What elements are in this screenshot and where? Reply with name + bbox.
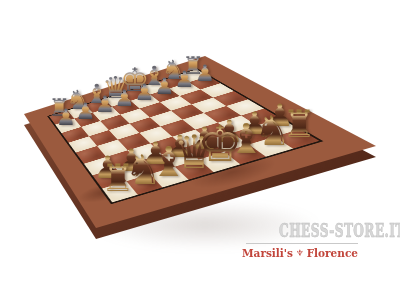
watermark-store-text: CHESS-STORE.IT: [279, 220, 358, 241]
piece-black-pawn-e7[interactable]: ♟: [134, 81, 154, 104]
watermark: CHESS-STORE.IT Marsili's Florence: [242, 220, 358, 259]
fleur-de-lis-icon: [297, 247, 303, 259]
piece-black-pawn-f7[interactable]: ♟: [154, 75, 174, 98]
piece-black-pawn-a7[interactable]: ♟: [56, 106, 76, 129]
product-photo-scene: ♜♞♝♛♚♝♞♜♟♟♟♟♟♟♟♟♟♟♟♟♟♟♟♟♜♞♝♛♚♝♞♜ CHESS-S…: [0, 0, 400, 304]
piece-black-pawn-d7[interactable]: ♟: [114, 87, 134, 110]
brand-name: Marsili's: [242, 247, 293, 259]
brand-city: Florence: [307, 247, 358, 259]
piece-black-pawn-h7[interactable]: ♟: [195, 62, 215, 85]
piece-black-pawn-c7[interactable]: ♟: [95, 93, 115, 116]
piece-black-pawn-g7[interactable]: ♟: [174, 68, 194, 91]
watermark-divider: [246, 243, 358, 244]
piece-black-pawn-b7[interactable]: ♟: [75, 100, 95, 123]
watermark-brand-line: Marsili's Florence: [242, 247, 358, 259]
piece-white-rook-h1[interactable]: ♜: [282, 106, 316, 144]
